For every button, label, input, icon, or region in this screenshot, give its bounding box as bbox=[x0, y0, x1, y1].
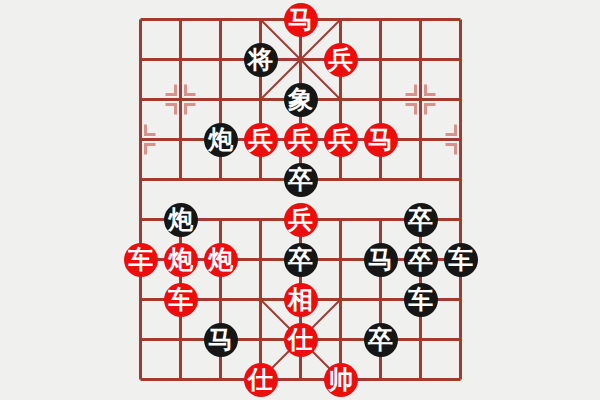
piece-red-炮[interactable]: 炮 bbox=[164, 243, 198, 277]
piece-red-兵[interactable]: 兵 bbox=[324, 123, 358, 157]
piece-black-车[interactable]: 车 bbox=[404, 283, 438, 317]
piece-black-炮[interactable]: 炮 bbox=[164, 203, 198, 237]
piece-black-卒[interactable]: 卒 bbox=[364, 323, 398, 357]
piece-red-马[interactable]: 马 bbox=[284, 3, 318, 37]
piece-red-车[interactable]: 车 bbox=[164, 283, 198, 317]
piece-red-兵[interactable]: 兵 bbox=[244, 123, 278, 157]
piece-black-马[interactable]: 马 bbox=[204, 323, 238, 357]
piece-black-马[interactable]: 马 bbox=[364, 243, 398, 277]
piece-black-车[interactable]: 车 bbox=[444, 243, 478, 277]
piece-red-兵[interactable]: 兵 bbox=[284, 203, 318, 237]
piece-red-仕[interactable]: 仕 bbox=[284, 323, 318, 357]
piece-red-帅[interactable]: 帅 bbox=[324, 363, 358, 397]
piece-black-卒[interactable]: 卒 bbox=[284, 243, 318, 277]
piece-black-卒[interactable]: 卒 bbox=[404, 243, 438, 277]
piece-black-象[interactable]: 象 bbox=[284, 83, 318, 117]
piece-red-马[interactable]: 马 bbox=[364, 123, 398, 157]
piece-red-兵[interactable]: 兵 bbox=[324, 43, 358, 77]
xiangqi-board: 马将兵象炮兵兵兵马卒炮兵卒车炮炮卒马卒车车相车马仕卒仕帅 bbox=[139, 18, 462, 381]
piece-red-相[interactable]: 相 bbox=[284, 283, 318, 317]
piece-black-卒[interactable]: 卒 bbox=[284, 163, 318, 197]
piece-black-卒[interactable]: 卒 bbox=[404, 203, 438, 237]
piece-black-将[interactable]: 将 bbox=[244, 43, 278, 77]
piece-red-兵[interactable]: 兵 bbox=[284, 123, 318, 157]
piece-red-炮[interactable]: 炮 bbox=[204, 243, 238, 277]
xiangqi-diagram: 马将兵象炮兵兵兵马卒炮兵卒车炮炮卒马卒车车相车马仕卒仕帅 bbox=[0, 0, 600, 400]
piece-red-车[interactable]: 车 bbox=[124, 243, 158, 277]
piece-red-仕[interactable]: 仕 bbox=[244, 363, 278, 397]
piece-black-炮[interactable]: 炮 bbox=[204, 123, 238, 157]
